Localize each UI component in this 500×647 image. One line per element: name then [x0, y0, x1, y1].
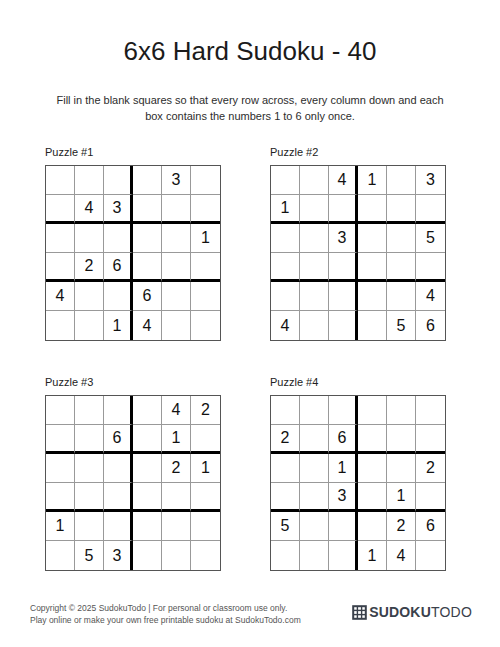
sudoku-cell-r2c2-empty — [75, 425, 104, 454]
sudoku-cell-r4c4-empty — [358, 253, 387, 282]
puzzle-2-grid: 4131354456 — [270, 165, 446, 341]
sudoku-cell-r2c5-empty — [162, 195, 191, 224]
sudoku-cell-r5c2-empty — [75, 512, 104, 541]
sudoku-cell-r1c2-empty — [300, 166, 329, 195]
sudoku-cell-r1c5-empty — [387, 166, 416, 195]
sudoku-cell-r4c1-empty — [46, 483, 75, 512]
sudoku-cell-r3c1-empty — [271, 454, 300, 483]
sudoku-cell-r1c6-given: 2 — [191, 396, 220, 425]
sudoku-cell-r2c6-empty — [191, 195, 220, 224]
sudoku-cell-r6c4-empty — [358, 311, 387, 340]
sudoku-cell-r5c4-empty — [133, 512, 162, 541]
sudoku-cell-r1c1-empty — [46, 166, 75, 195]
sudoku-cell-r3c3-empty — [104, 224, 133, 253]
sudoku-cell-r3c4-empty — [358, 454, 387, 483]
sudoku-cell-r1c1-empty — [271, 396, 300, 425]
sudoku-cell-r6c4-given: 4 — [133, 311, 162, 340]
sudoku-cell-r2c4-empty — [133, 195, 162, 224]
sudoku-cell-r1c4-empty — [358, 396, 387, 425]
puzzle-1-grid: 3431264614 — [45, 165, 221, 341]
sudoku-cell-r2c3-given: 6 — [104, 425, 133, 454]
puzzle-4-label: Puzzle #4 — [270, 376, 446, 389]
sudoku-cell-r5c1-empty — [271, 282, 300, 311]
sudoku-cell-r1c1-empty — [271, 166, 300, 195]
sudoku-cell-r2c2-empty — [300, 425, 329, 454]
sudoku-cell-r2c1-empty — [46, 425, 75, 454]
puzzle-2: Puzzle #2 4131354456 — [270, 146, 446, 341]
sudoku-cell-r4c5-empty — [387, 253, 416, 282]
sudoku-cell-r5c6-empty — [191, 282, 220, 311]
puzzle-3-grid: 426121153 — [45, 395, 221, 571]
sudoku-cell-r3c2-empty — [75, 454, 104, 483]
sudoku-cell-r4c3-given: 6 — [104, 253, 133, 282]
sudoku-cell-r5c3-empty — [329, 282, 358, 311]
sudoku-cell-r3c5-empty — [387, 224, 416, 253]
puzzle-1-label: Puzzle #1 — [45, 146, 221, 159]
puzzle-4-grid: 26123152614 — [270, 395, 446, 571]
sudoku-cell-r1c6-empty — [191, 166, 220, 195]
sudoku-cell-r6c2-empty — [300, 541, 329, 570]
sudoku-cell-r5c2-empty — [300, 282, 329, 311]
sudoku-cell-r3c2-empty — [300, 224, 329, 253]
sudoku-cell-r1c6-given: 3 — [416, 166, 445, 195]
sudoku-cell-r1c5-given: 3 — [162, 166, 191, 195]
sudoku-cell-r6c5-empty — [162, 541, 191, 570]
sudoku-cell-r2c2-given: 4 — [75, 195, 104, 224]
sudoku-cell-r6c4-empty — [133, 541, 162, 570]
sudoku-cell-r6c5-given: 5 — [387, 311, 416, 340]
sudoku-cell-r4c1-empty — [271, 253, 300, 282]
logo-text-sudoku: SUDOKU — [369, 604, 431, 620]
sudoku-cell-r1c1-empty — [46, 396, 75, 425]
puzzle-2-label: Puzzle #2 — [270, 146, 446, 159]
sudoku-cell-r4c6-empty — [191, 253, 220, 282]
page-title: 6x6 Hard Sudoku - 40 — [0, 36, 500, 67]
sudoku-cell-r5c5-empty — [162, 282, 191, 311]
sudoku-cell-r5c2-empty — [75, 282, 104, 311]
sudoku-cell-r6c6-given: 6 — [416, 311, 445, 340]
sudoku-cell-r5c3-empty — [329, 512, 358, 541]
sudoku-cell-r4c4-empty — [133, 483, 162, 512]
sudoku-cell-r3c3-empty — [104, 454, 133, 483]
sudoku-cell-r1c5-given: 4 — [162, 396, 191, 425]
logo-text-todo: TODO — [431, 604, 472, 620]
sudoku-cell-r2c4-empty — [133, 425, 162, 454]
sudoku-cell-r6c1-empty — [46, 311, 75, 340]
sudoku-cell-r6c1-given: 4 — [271, 311, 300, 340]
sudoku-cell-r4c6-empty — [416, 253, 445, 282]
sudokutodo-logo: SUDOKUTODO — [352, 603, 472, 621]
sudoku-cell-r6c3-given: 3 — [104, 541, 133, 570]
sudoku-cell-r2c2-empty — [300, 195, 329, 224]
sudoku-cell-r5c6-given: 6 — [416, 512, 445, 541]
sudoku-cell-r2c3-empty — [329, 195, 358, 224]
sudoku-cell-r1c2-empty — [75, 166, 104, 195]
sudoku-cell-r4c5-empty — [162, 253, 191, 282]
sudoku-cell-r6c6-empty — [191, 311, 220, 340]
sudoku-cell-r5c6-given: 4 — [416, 282, 445, 311]
sudoku-cell-r5c4-empty — [358, 512, 387, 541]
sudoku-worksheet: 6x6 Hard Sudoku - 40 Fill in the blank s… — [0, 0, 500, 647]
sudoku-cell-r2c1-given: 1 — [271, 195, 300, 224]
sudoku-cell-r3c2-empty — [75, 224, 104, 253]
sudoku-cell-r1c3-empty — [104, 396, 133, 425]
instructions-text: Fill in the blank squares so that every … — [50, 93, 450, 125]
sudoku-cell-r5c5-given: 2 — [387, 512, 416, 541]
sudoku-cell-r4c5-given: 1 — [387, 483, 416, 512]
sudoku-cell-r3c4-empty — [133, 454, 162, 483]
sudoku-cell-r4c2-given: 2 — [75, 253, 104, 282]
sudoku-cell-r3c5-given: 2 — [162, 454, 191, 483]
sudoku-cell-r2c6-empty — [416, 195, 445, 224]
sudoku-cell-r1c4-given: 1 — [358, 166, 387, 195]
sudoku-cell-r4c5-empty — [162, 483, 191, 512]
sudoku-cell-r3c6-given: 2 — [416, 454, 445, 483]
sudoku-cell-r3c1-empty — [46, 454, 75, 483]
sudoku-cell-r4c6-empty — [191, 483, 220, 512]
sudoku-cell-r6c2-given: 5 — [75, 541, 104, 570]
sudoku-cell-r3c6-given: 5 — [416, 224, 445, 253]
sudoku-cell-r4c6-empty — [416, 483, 445, 512]
sudoku-cell-r3c1-empty — [46, 224, 75, 253]
sudoku-cell-r6c2-empty — [75, 311, 104, 340]
copyright-text: Copyright © 2025 SudokuTodo | For person… — [30, 602, 301, 626]
sudoku-cell-r2c3-given: 6 — [329, 425, 358, 454]
sudoku-cell-r1c6-empty — [416, 396, 445, 425]
copyright-line-1: Copyright © 2025 SudokuTodo | For person… — [30, 602, 301, 614]
sudoku-cell-r1c4-empty — [133, 166, 162, 195]
sudoku-cell-r6c2-empty — [300, 311, 329, 340]
sudoku-grid-icon — [352, 605, 367, 620]
sudoku-cell-r6c6-empty — [416, 541, 445, 570]
sudoku-cell-r2c4-empty — [358, 425, 387, 454]
sudoku-cell-r3c6-given: 1 — [191, 454, 220, 483]
sudoku-cell-r6c3-empty — [329, 541, 358, 570]
sudoku-cell-r5c4-empty — [358, 282, 387, 311]
sudoku-cell-r2c1-empty — [46, 195, 75, 224]
sudoku-cell-r3c3-given: 3 — [329, 224, 358, 253]
sudoku-cell-r1c3-empty — [329, 396, 358, 425]
sudoku-cell-r5c1-given: 1 — [46, 512, 75, 541]
sudoku-cell-r6c6-empty — [191, 541, 220, 570]
sudoku-cell-r5c5-empty — [387, 282, 416, 311]
sudoku-cell-r3c1-empty — [271, 224, 300, 253]
sudoku-cell-r5c1-given: 4 — [46, 282, 75, 311]
sudoku-cell-r4c2-empty — [75, 483, 104, 512]
sudoku-cell-r4c4-empty — [133, 253, 162, 282]
sudoku-cell-r3c5-empty — [162, 224, 191, 253]
sudoku-cell-r2c6-empty — [416, 425, 445, 454]
sudoku-cell-r6c3-given: 1 — [104, 311, 133, 340]
sudoku-cell-r5c6-empty — [191, 512, 220, 541]
sudoku-cell-r5c3-empty — [104, 282, 133, 311]
sudoku-cell-r1c5-empty — [387, 396, 416, 425]
sudoku-cell-r2c5-given: 1 — [162, 425, 191, 454]
sudoku-cell-r4c1-empty — [46, 253, 75, 282]
sudoku-cell-r5c4-given: 6 — [133, 282, 162, 311]
sudoku-cell-r3c2-empty — [300, 454, 329, 483]
sudoku-cell-r2c5-empty — [387, 425, 416, 454]
sudoku-cell-r2c1-given: 2 — [271, 425, 300, 454]
sudoku-cell-r4c2-empty — [300, 253, 329, 282]
sudoku-cell-r6c1-empty — [46, 541, 75, 570]
sudoku-cell-r1c4-empty — [133, 396, 162, 425]
sudoku-cell-r3c5-empty — [387, 454, 416, 483]
sudoku-cell-r3c6-given: 1 — [191, 224, 220, 253]
sudoku-cell-r4c3-empty — [329, 253, 358, 282]
sudoku-cell-r4c4-empty — [358, 483, 387, 512]
sudoku-cell-r2c6-empty — [191, 425, 220, 454]
sudoku-cell-r1c3-empty — [104, 166, 133, 195]
sudoku-cell-r5c3-empty — [104, 512, 133, 541]
sudoku-cell-r1c2-empty — [300, 396, 329, 425]
copyright-line-2: Play online or make your own free printa… — [30, 614, 301, 626]
sudoku-cell-r6c5-given: 4 — [387, 541, 416, 570]
sudoku-cell-r4c2-empty — [300, 483, 329, 512]
sudoku-cell-r5c5-empty — [162, 512, 191, 541]
sudoku-cell-r4c1-empty — [271, 483, 300, 512]
sudoku-cell-r4c3-given: 3 — [329, 483, 358, 512]
sudoku-cell-r6c3-empty — [329, 311, 358, 340]
sudoku-cell-r6c5-empty — [162, 311, 191, 340]
sudoku-cell-r2c3-given: 3 — [104, 195, 133, 224]
sudoku-cell-r6c1-empty — [271, 541, 300, 570]
sudoku-cell-r3c4-empty — [133, 224, 162, 253]
sudoku-cell-r1c3-given: 4 — [329, 166, 358, 195]
sudoku-cell-r2c5-empty — [387, 195, 416, 224]
puzzle-3-label: Puzzle #3 — [45, 376, 221, 389]
puzzle-3: Puzzle #3 426121153 — [45, 376, 221, 571]
puzzle-1: Puzzle #1 3431264614 — [45, 146, 221, 341]
sudoku-cell-r3c3-given: 1 — [329, 454, 358, 483]
sudoku-cell-r5c2-empty — [300, 512, 329, 541]
sudoku-cell-r5c1-given: 5 — [271, 512, 300, 541]
sudoku-cell-r4c3-empty — [104, 483, 133, 512]
sudoku-cell-r3c4-empty — [358, 224, 387, 253]
sudoku-cell-r2c4-empty — [358, 195, 387, 224]
sudoku-cell-r1c2-empty — [75, 396, 104, 425]
sudoku-cell-r6c4-given: 1 — [358, 541, 387, 570]
puzzle-4: Puzzle #4 26123152614 — [270, 376, 446, 571]
